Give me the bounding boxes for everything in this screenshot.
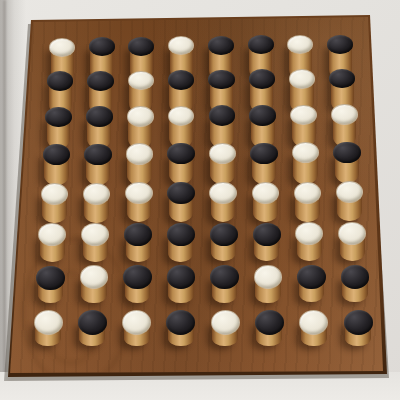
- peg-r8c8-black[interactable]: [344, 310, 373, 346]
- peg-r3c3-white[interactable]: [127, 106, 154, 149]
- peg-r3c5-black[interactable]: [209, 105, 236, 148]
- peg-top-black: [167, 223, 195, 246]
- peg-r4c3-white[interactable]: [126, 143, 153, 185]
- peg-top-black: [208, 36, 234, 55]
- peg-top-black: [249, 69, 275, 89]
- peg-top-white: [209, 143, 236, 164]
- peg-r8c5-white[interactable]: [211, 310, 240, 346]
- peg-top-black: [209, 105, 236, 126]
- peg-top-black: [333, 142, 360, 163]
- peg-top-white: [122, 310, 151, 335]
- peg-top-black: [167, 182, 195, 204]
- peg-r7c1-black[interactable]: [36, 266, 65, 304]
- peg-r4c7-white[interactable]: [292, 142, 319, 184]
- peg-r7c6-white[interactable]: [254, 265, 283, 303]
- peg-top-white: [83, 183, 111, 205]
- peg-r7c7-black[interactable]: [297, 265, 326, 303]
- peg-r4c5-white[interactable]: [209, 143, 236, 185]
- peg-r3c2-black[interactable]: [86, 106, 113, 149]
- peg-grid: [0, 0, 400, 400]
- peg-r8c7-white[interactable]: [299, 310, 328, 346]
- peg-r4c1-black[interactable]: [43, 144, 70, 186]
- peg-top-black: [128, 37, 154, 56]
- peg-top-white: [299, 310, 328, 335]
- peg-top-black: [248, 35, 274, 54]
- peg-top-black: [84, 144, 111, 165]
- peg-r4c2-black[interactable]: [84, 144, 111, 186]
- peg-r6c4-black[interactable]: [167, 223, 195, 262]
- peg-r7c8-black[interactable]: [341, 265, 370, 303]
- peg-r8c6-black[interactable]: [255, 310, 284, 346]
- peg-r8c1-white[interactable]: [34, 310, 63, 346]
- peg-top-white: [49, 38, 75, 57]
- peg-top-black: [43, 144, 70, 165]
- peg-r8c3-white[interactable]: [122, 310, 151, 346]
- peg-r7c3-black[interactable]: [123, 265, 152, 303]
- peg-r6c1-white[interactable]: [38, 223, 66, 262]
- peg-top-black: [344, 310, 373, 335]
- peg-r3c4-white[interactable]: [168, 106, 195, 149]
- peg-r3c8-white[interactable]: [331, 104, 358, 147]
- peg-r5c6-white[interactable]: [252, 182, 280, 222]
- peg-top-white: [289, 69, 315, 89]
- peg-top-white: [125, 182, 153, 204]
- peg-r5c3-white[interactable]: [125, 182, 153, 222]
- peg-r7c4-black[interactable]: [167, 265, 196, 303]
- peg-top-black: [341, 265, 370, 289]
- peg-r6c5-black[interactable]: [210, 223, 238, 262]
- peg-top-black: [249, 105, 276, 126]
- peg-r8c4-black[interactable]: [166, 310, 195, 346]
- peg-top-white: [294, 182, 322, 204]
- peg-r6c7-white[interactable]: [295, 222, 323, 261]
- peg-r5c7-white[interactable]: [294, 182, 322, 222]
- peg-r3c7-white[interactable]: [290, 105, 317, 148]
- peg-top-black: [124, 223, 152, 246]
- peg-top-white: [290, 105, 317, 126]
- peg-top-black: [297, 265, 326, 289]
- peg-top-black: [123, 265, 152, 289]
- peg-r4c6-black[interactable]: [250, 143, 277, 185]
- peg-top-black: [87, 71, 113, 91]
- peg-r6c2-white[interactable]: [81, 223, 109, 262]
- peg-top-black: [78, 310, 107, 335]
- peg-top-black: [253, 223, 281, 246]
- peg-top-white: [331, 104, 358, 125]
- peg-top-black: [255, 310, 284, 335]
- peg-r6c3-black[interactable]: [124, 223, 152, 262]
- peg-top-white: [209, 182, 237, 204]
- peg-top-white: [252, 182, 280, 204]
- peg-top-black: [250, 143, 277, 164]
- peg-top-black: [210, 265, 239, 289]
- peg-top-black: [89, 37, 115, 56]
- peg-top-white: [211, 310, 240, 335]
- peg-top-black: [167, 143, 194, 164]
- peg-r4c8-black[interactable]: [333, 142, 360, 184]
- peg-top-white: [287, 35, 313, 54]
- peg-top-black: [36, 266, 65, 290]
- peg-top-white: [128, 71, 154, 91]
- peg-r6c8-white[interactable]: [338, 222, 366, 261]
- peg-top-black: [45, 107, 72, 128]
- peg-r6c6-black[interactable]: [253, 223, 281, 262]
- peg-top-white: [126, 143, 153, 164]
- peg-top-black: [208, 70, 234, 90]
- peg-top-black: [166, 310, 195, 335]
- peg-top-black: [168, 70, 194, 90]
- peg-r5c5-white[interactable]: [209, 182, 237, 222]
- peg-r7c2-white[interactable]: [80, 265, 109, 303]
- scene: [0, 0, 400, 400]
- peg-top-white: [127, 106, 154, 127]
- peg-top-black: [327, 35, 353, 54]
- peg-r8c2-black[interactable]: [78, 310, 107, 346]
- peg-top-white: [41, 183, 69, 205]
- peg-r4c4-black[interactable]: [167, 143, 194, 185]
- peg-top-black: [210, 223, 238, 246]
- peg-r3c6-black[interactable]: [249, 105, 276, 148]
- peg-r5c2-white[interactable]: [83, 183, 111, 223]
- peg-r5c1-white[interactable]: [41, 183, 69, 223]
- peg-top-black: [86, 106, 113, 127]
- peg-r7c5-black[interactable]: [210, 265, 239, 303]
- peg-r5c4-black[interactable]: [167, 182, 195, 222]
- peg-r5c8-white[interactable]: [336, 181, 364, 221]
- peg-top-white: [34, 310, 63, 335]
